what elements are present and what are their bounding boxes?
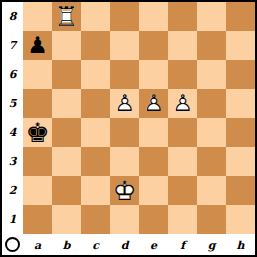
square-e5[interactable]: ♟♙ bbox=[139, 89, 168, 118]
square-d4[interactable] bbox=[110, 118, 139, 147]
white-to-move-indicator bbox=[5, 237, 20, 252]
square-h4[interactable] bbox=[226, 118, 255, 147]
file-label-a: a bbox=[23, 234, 52, 255]
square-b1[interactable] bbox=[52, 205, 81, 234]
square-f6[interactable] bbox=[168, 60, 197, 89]
white-king-fill: ♚ bbox=[110, 176, 139, 205]
white-pawn-fill: ♟ bbox=[110, 89, 139, 118]
square-h8[interactable] bbox=[226, 2, 255, 31]
square-f4[interactable] bbox=[168, 118, 197, 147]
white-pawn-f5[interactable]: ♙ bbox=[168, 89, 197, 118]
square-h1[interactable] bbox=[226, 205, 255, 234]
square-d3[interactable] bbox=[110, 147, 139, 176]
square-g2[interactable] bbox=[197, 176, 226, 205]
square-a8[interactable] bbox=[23, 2, 52, 31]
chess-board: ♜♖♟♟♙♟♙♟♙♚♚♔ bbox=[23, 2, 255, 234]
file-coordinates: abcdefgh bbox=[23, 234, 255, 255]
square-a2[interactable] bbox=[23, 176, 52, 205]
square-c1[interactable] bbox=[81, 205, 110, 234]
square-e7[interactable] bbox=[139, 31, 168, 60]
file-label-d: d bbox=[110, 234, 139, 255]
square-b5[interactable] bbox=[52, 89, 81, 118]
rank-label-4: 4 bbox=[2, 118, 23, 147]
file-label-g: g bbox=[197, 234, 226, 255]
square-g6[interactable] bbox=[197, 60, 226, 89]
square-c8[interactable] bbox=[81, 2, 110, 31]
square-a6[interactable] bbox=[23, 60, 52, 89]
white-pawn-d5[interactable]: ♙ bbox=[110, 89, 139, 118]
square-b2[interactable] bbox=[52, 176, 81, 205]
square-c2[interactable] bbox=[81, 176, 110, 205]
rank-label-2: 2 bbox=[2, 176, 23, 205]
rank-label-1: 1 bbox=[2, 205, 23, 234]
square-h7[interactable] bbox=[226, 31, 255, 60]
square-h2[interactable] bbox=[226, 176, 255, 205]
white-king-d2[interactable]: ♔ bbox=[110, 176, 139, 205]
white-pawn-e5[interactable]: ♙ bbox=[139, 89, 168, 118]
rank-label-8: 8 bbox=[2, 2, 23, 31]
square-f3[interactable] bbox=[168, 147, 197, 176]
file-label-h: h bbox=[226, 234, 255, 255]
square-g8[interactable] bbox=[197, 2, 226, 31]
file-label-b: b bbox=[52, 234, 81, 255]
square-a1[interactable] bbox=[23, 205, 52, 234]
square-g4[interactable] bbox=[197, 118, 226, 147]
square-b7[interactable] bbox=[52, 31, 81, 60]
black-pawn-a7[interactable]: ♟ bbox=[23, 31, 52, 60]
square-b4[interactable] bbox=[52, 118, 81, 147]
square-c4[interactable] bbox=[81, 118, 110, 147]
square-c5[interactable] bbox=[81, 89, 110, 118]
square-f8[interactable] bbox=[168, 2, 197, 31]
square-f7[interactable] bbox=[168, 31, 197, 60]
square-b6[interactable] bbox=[52, 60, 81, 89]
square-d5[interactable]: ♟♙ bbox=[110, 89, 139, 118]
square-e3[interactable] bbox=[139, 147, 168, 176]
square-a3[interactable] bbox=[23, 147, 52, 176]
square-b8[interactable]: ♜♖ bbox=[52, 2, 81, 31]
square-d7[interactable] bbox=[110, 31, 139, 60]
square-g1[interactable] bbox=[197, 205, 226, 234]
square-d2[interactable]: ♚♔ bbox=[110, 176, 139, 205]
file-label-e: e bbox=[139, 234, 168, 255]
square-a4[interactable]: ♚ bbox=[23, 118, 52, 147]
rank-label-7: 7 bbox=[2, 31, 23, 60]
square-f2[interactable] bbox=[168, 176, 197, 205]
square-e8[interactable] bbox=[139, 2, 168, 31]
square-h3[interactable] bbox=[226, 147, 255, 176]
square-g5[interactable] bbox=[197, 89, 226, 118]
white-rook-b8[interactable]: ♖ bbox=[52, 2, 81, 31]
square-g7[interactable] bbox=[197, 31, 226, 60]
rank-label-5: 5 bbox=[2, 89, 23, 118]
rank-label-6: 6 bbox=[2, 60, 23, 89]
square-d8[interactable] bbox=[110, 2, 139, 31]
file-label-f: f bbox=[168, 234, 197, 255]
white-pawn-fill: ♟ bbox=[139, 89, 168, 118]
square-c3[interactable] bbox=[81, 147, 110, 176]
square-e1[interactable] bbox=[139, 205, 168, 234]
square-h6[interactable] bbox=[226, 60, 255, 89]
square-a7[interactable]: ♟ bbox=[23, 31, 52, 60]
square-g3[interactable] bbox=[197, 147, 226, 176]
square-f5[interactable]: ♟♙ bbox=[168, 89, 197, 118]
square-c6[interactable] bbox=[81, 60, 110, 89]
white-pawn-fill: ♟ bbox=[168, 89, 197, 118]
file-label-c: c bbox=[81, 234, 110, 255]
square-d1[interactable] bbox=[110, 205, 139, 234]
square-e2[interactable] bbox=[139, 176, 168, 205]
square-d6[interactable] bbox=[110, 60, 139, 89]
white-rook-fill: ♜ bbox=[52, 2, 81, 31]
black-king-a4[interactable]: ♚ bbox=[23, 118, 52, 147]
rank-coordinates: 87654321 bbox=[2, 2, 23, 234]
rank-label-3: 3 bbox=[2, 147, 23, 176]
square-h5[interactable] bbox=[226, 89, 255, 118]
side-to-move-corner bbox=[2, 234, 23, 255]
square-c7[interactable] bbox=[81, 31, 110, 60]
square-e4[interactable] bbox=[139, 118, 168, 147]
square-a5[interactable] bbox=[23, 89, 52, 118]
square-e6[interactable] bbox=[139, 60, 168, 89]
chess-diagram: 87654321 ♜♖♟♟♙♟♙♟♙♚♚♔ abcdefgh bbox=[0, 0, 257, 257]
square-f1[interactable] bbox=[168, 205, 197, 234]
square-b3[interactable] bbox=[52, 147, 81, 176]
